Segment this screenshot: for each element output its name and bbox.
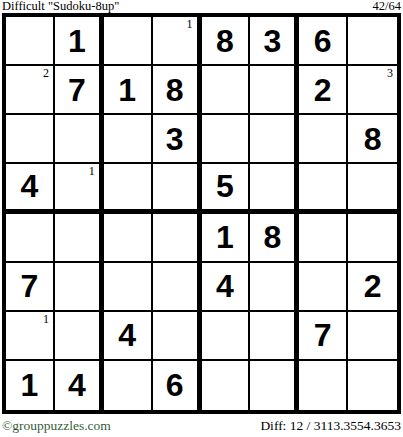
cell-r1c7[interactable]: 6	[299, 17, 348, 66]
given-digit: 8	[216, 25, 234, 57]
given-digit: 1	[216, 221, 234, 253]
puzzle-title: Difficult "Sudoku-8up"	[2, 0, 119, 13]
cell-r1c6[interactable]: 3	[250, 17, 299, 66]
cell-r5c5[interactable]: 1	[202, 214, 251, 263]
cell-r6c7[interactable]	[299, 263, 348, 312]
given-digit: 1	[68, 25, 86, 57]
given-digit: 6	[166, 369, 184, 401]
corner-annotation: 2	[43, 66, 49, 80]
cell-r6c6[interactable]	[250, 263, 299, 312]
given-digit: 7	[21, 270, 39, 302]
cell-r5c2[interactable]	[55, 214, 104, 263]
cell-r3c2[interactable]	[55, 115, 104, 164]
cell-r5c8[interactable]	[348, 214, 397, 263]
cell-r4c7[interactable]	[299, 164, 348, 213]
cell-r5c7[interactable]	[299, 214, 348, 263]
cell-r3c8[interactable]: 8	[348, 115, 397, 164]
given-digit: 7	[314, 319, 332, 351]
cell-r4c3[interactable]	[104, 164, 153, 213]
cell-r7c5[interactable]	[202, 312, 251, 361]
header: Difficult "Sudoku-8up" 42/64	[0, 0, 403, 13]
cell-r2c1[interactable]: 2	[6, 66, 55, 115]
sudoku-board: 118362718233841518742147146	[2, 13, 401, 414]
cell-r7c1[interactable]: 1	[6, 312, 55, 361]
cell-r4c1[interactable]: 4	[6, 164, 55, 213]
cell-r4c6[interactable]	[250, 164, 299, 213]
cell-r8c3[interactable]	[104, 361, 153, 410]
cell-r4c8[interactable]	[348, 164, 397, 213]
cell-r1c1[interactable]	[6, 17, 55, 66]
corner-annotation: 1	[43, 312, 49, 326]
cell-r3c6[interactable]	[250, 115, 299, 164]
given-digit: 3	[166, 123, 184, 155]
cell-r2c8[interactable]: 3	[348, 66, 397, 115]
cell-r6c5[interactable]: 4	[202, 263, 251, 312]
cell-r3c3[interactable]	[104, 115, 153, 164]
cell-r3c7[interactable]	[299, 115, 348, 164]
cell-r6c3[interactable]	[104, 263, 153, 312]
cell-r7c7[interactable]: 7	[299, 312, 348, 361]
cell-r8c2[interactable]: 4	[55, 361, 104, 410]
corner-annotation: 1	[89, 164, 95, 178]
empty-cell-counter: 42/64	[373, 0, 401, 13]
given-digit: 2	[364, 270, 382, 302]
cell-r2c2[interactable]: 7	[55, 66, 104, 115]
cell-r2c5[interactable]	[202, 66, 251, 115]
cell-r2c3[interactable]: 1	[104, 66, 153, 115]
cell-r1c5[interactable]: 8	[202, 17, 251, 66]
footer: ©grouppuzzles.com Diff: 12 / 3113.3554.3…	[0, 414, 403, 437]
given-digit: 8	[263, 221, 281, 253]
given-digit: 5	[216, 170, 234, 202]
cell-r6c1[interactable]: 7	[6, 263, 55, 312]
cell-r7c4[interactable]	[153, 312, 202, 361]
given-digit: 1	[21, 369, 39, 401]
cell-r1c8[interactable]	[348, 17, 397, 66]
cell-r8c8[interactable]	[348, 361, 397, 410]
cell-r7c2[interactable]	[55, 312, 104, 361]
cell-r3c4[interactable]: 3	[153, 115, 202, 164]
given-digit: 4	[68, 369, 86, 401]
cell-r7c8[interactable]	[348, 312, 397, 361]
cell-r8c4[interactable]: 6	[153, 361, 202, 410]
given-digit: 8	[364, 123, 382, 155]
given-digit: 1	[118, 74, 136, 106]
cell-r5c3[interactable]	[104, 214, 153, 263]
given-digit: 4	[21, 170, 39, 202]
copyright-text: ©grouppuzzles.com	[2, 418, 111, 434]
cell-r1c3[interactable]	[104, 17, 153, 66]
cell-r4c5[interactable]: 5	[202, 164, 251, 213]
cell-r8c6[interactable]	[250, 361, 299, 410]
cell-r6c4[interactable]	[153, 263, 202, 312]
cell-r7c3[interactable]: 4	[104, 312, 153, 361]
given-digit: 8	[166, 74, 184, 106]
cell-r8c1[interactable]: 1	[6, 361, 55, 410]
cell-r3c5[interactable]	[202, 115, 251, 164]
cell-r7c6[interactable]	[250, 312, 299, 361]
cell-r6c8[interactable]: 2	[348, 263, 397, 312]
cell-r3c1[interactable]	[6, 115, 55, 164]
given-digit: 6	[314, 25, 332, 57]
corner-annotation: 3	[387, 66, 393, 80]
given-digit: 2	[314, 74, 332, 106]
difficulty-text: Diff: 12 / 3113.3554.3653	[260, 418, 401, 434]
cell-r8c7[interactable]	[299, 361, 348, 410]
cell-r6c2[interactable]	[55, 263, 104, 312]
cell-r4c2[interactable]: 1	[55, 164, 104, 213]
cell-r2c4[interactable]: 8	[153, 66, 202, 115]
cell-r1c4[interactable]: 1	[153, 17, 202, 66]
corner-annotation: 1	[187, 17, 193, 31]
cell-r4c4[interactable]	[153, 164, 202, 213]
cell-r5c4[interactable]	[153, 214, 202, 263]
cell-r1c2[interactable]: 1	[55, 17, 104, 66]
cell-r5c6[interactable]: 8	[250, 214, 299, 263]
cell-r2c7[interactable]: 2	[299, 66, 348, 115]
given-digit: 4	[216, 270, 234, 302]
given-digit: 4	[118, 319, 136, 351]
given-digit: 7	[68, 74, 86, 106]
cell-r8c5[interactable]	[202, 361, 251, 410]
cell-r2c6[interactable]	[250, 66, 299, 115]
cell-r5c1[interactable]	[6, 214, 55, 263]
given-digit: 3	[263, 25, 281, 57]
